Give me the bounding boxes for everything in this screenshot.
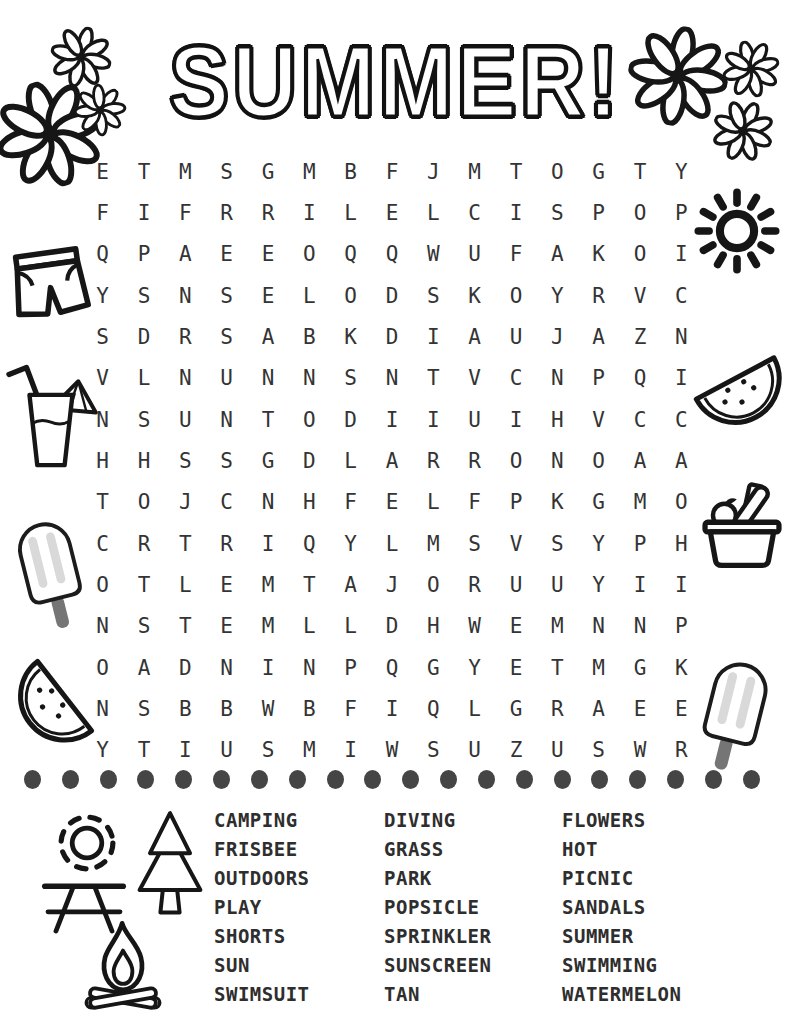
grid-cell-r4c5[interactable]: E (247, 275, 288, 316)
grid-cell-r7c9[interactable]: I (413, 399, 454, 440)
grid-cell-r9c8[interactable]: E (371, 482, 412, 523)
grid-cell-r13c3[interactable]: D (165, 647, 206, 688)
grid-cell-r5c9[interactable]: I (413, 316, 454, 357)
grid-cell-r15c12[interactable]: U (537, 730, 578, 771)
grid-cell-r8c12[interactable]: N (537, 440, 578, 481)
separator-dot (289, 770, 306, 789)
word-list-item: SHORTS (214, 926, 310, 946)
separator-dot (743, 770, 760, 789)
grid-cell-r10c6[interactable]: Q (289, 523, 330, 564)
grid-cell-r6c13[interactable]: P (578, 358, 619, 399)
grid-cell-r1c7[interactable]: B (330, 151, 371, 192)
grid-cell-r12c4[interactable]: E (206, 606, 247, 647)
grid-cell-r14c4[interactable]: B (206, 688, 247, 729)
word-list-item: SANDALS (562, 897, 681, 917)
word-list-item: POPSICLE (384, 897, 491, 917)
grid-cell-r2c14[interactable]: O (619, 192, 660, 233)
grid-cell-r2c11[interactable]: I (495, 192, 536, 233)
grid-cell-r15c15[interactable]: R (661, 730, 702, 771)
grid-cell-r4c15[interactable]: C (661, 275, 702, 316)
grid-cell-r9c15[interactable]: O (661, 482, 702, 523)
grid-cell-r14c6[interactable]: B (289, 688, 330, 729)
grid-cell-r3c6[interactable]: O (289, 234, 330, 275)
grid-cell-r15c10[interactable]: U (454, 730, 495, 771)
grid-cell-r15c9[interactable]: S (413, 730, 454, 771)
grid-cell-r1c3[interactable]: M (165, 151, 206, 192)
grid-cell-r11c12[interactable]: U (537, 564, 578, 605)
grid-cell-r8c9[interactable]: R (413, 440, 454, 481)
grid-cell-r2c2[interactable]: I (123, 192, 164, 233)
grid-cell-r11c13[interactable]: Y (578, 564, 619, 605)
grid-cell-r6c8[interactable]: N (371, 358, 412, 399)
grid-cell-r3c4[interactable]: E (206, 234, 247, 275)
grid-cell-r6c12[interactable]: N (537, 358, 578, 399)
grid-cell-r13c8[interactable]: Q (371, 647, 412, 688)
grid-cell-r4c8[interactable]: D (371, 275, 412, 316)
grid-cell-r1c6[interactable]: M (289, 151, 330, 192)
grid-cell-r13c9[interactable]: G (413, 647, 454, 688)
grid-cell-r8c15[interactable]: A (661, 440, 702, 481)
grid-cell-r9c9[interactable]: L (413, 482, 454, 523)
grid-cell-r7c14[interactable]: C (619, 399, 660, 440)
word-list-item: SWIMMING (562, 955, 681, 975)
grid-cell-r14c14[interactable]: E (619, 688, 660, 729)
grid-cell-r6c3[interactable]: N (165, 358, 206, 399)
grid-cell-r2c13[interactable]: P (578, 192, 619, 233)
grid-cell-r13c10[interactable]: Y (454, 647, 495, 688)
grid-cell-r2c1[interactable]: F (82, 192, 123, 233)
grid-cell-r12c9[interactable]: H (413, 606, 454, 647)
grid-cell-r3c8[interactable]: Q (371, 234, 412, 275)
grid-cell-r1c5[interactable]: G (247, 151, 288, 192)
grid-cell-r7c12[interactable]: H (537, 399, 578, 440)
grid-cell-r10c9[interactable]: M (413, 523, 454, 564)
grid-cell-r15c2[interactable]: T (123, 730, 164, 771)
grid-cell-r6c15[interactable]: I (661, 358, 702, 399)
grid-cell-r5c1[interactable]: S (82, 316, 123, 357)
separator-dot (629, 770, 646, 789)
grid-cell-r15c7[interactable]: I (330, 730, 371, 771)
grid-cell-r9c14[interactable]: M (619, 482, 660, 523)
word-list-item: TAN (384, 984, 491, 1004)
separator-dot (327, 770, 344, 789)
grid-cell-r5c12[interactable]: J (537, 316, 578, 357)
grid-cell-r9c7[interactable]: F (330, 482, 371, 523)
grid-cell-r9c12[interactable]: K (537, 482, 578, 523)
grid-cell-r13c2[interactable]: A (123, 647, 164, 688)
grid-cell-r12c13[interactable]: N (578, 606, 619, 647)
grid-cell-r11c1[interactable]: O (82, 564, 123, 605)
grid-cell-r8c10[interactable]: R (454, 440, 495, 481)
grid-cell-r11c8[interactable]: J (371, 564, 412, 605)
word-list-item: SUMMER (562, 926, 681, 946)
grid-cell-r13c15[interactable]: K (661, 647, 702, 688)
grid-cell-r13c5[interactable]: I (247, 647, 288, 688)
grid-cell-r10c10[interactable]: S (454, 523, 495, 564)
grid-cell-r5c14[interactable]: Z (619, 316, 660, 357)
grid-cell-r8c5[interactable]: G (247, 440, 288, 481)
separator-dot (175, 770, 192, 789)
grid-cell-r3c10[interactable]: U (454, 234, 495, 275)
grid-cell-r14c13[interactable]: A (578, 688, 619, 729)
grid-cell-r12c7[interactable]: L (330, 606, 371, 647)
grid-cell-r12c14[interactable]: N (619, 606, 660, 647)
grid-cell-r1c10[interactable]: M (454, 151, 495, 192)
grid-cell-r3c1[interactable]: Q (82, 234, 123, 275)
grid-cell-r2c3[interactable]: F (165, 192, 206, 233)
grid-cell-r11c6[interactable]: T (289, 564, 330, 605)
grid-cell-r7c4[interactable]: N (206, 399, 247, 440)
grid-cell-r2c4[interactable]: R (206, 192, 247, 233)
separator-dot (705, 770, 722, 789)
grid-cell-r12c1[interactable]: N (82, 606, 123, 647)
grid-cell-r8c2[interactable]: H (123, 440, 164, 481)
word-list-item: PICNIC (562, 868, 681, 888)
grid-cell-r5c11[interactable]: U (495, 316, 536, 357)
grid-cell-r8c7[interactable]: L (330, 440, 371, 481)
grid-cell-r4c7[interactable]: O (330, 275, 371, 316)
grid-cell-r4c1[interactable]: Y (82, 275, 123, 316)
grid-cell-r9c4[interactable]: C (206, 482, 247, 523)
separator-dot (251, 770, 268, 789)
grid-cell-r11c7[interactable]: A (330, 564, 371, 605)
grid-cell-r7c10[interactable]: U (454, 399, 495, 440)
picnic-basket-icon (698, 478, 786, 570)
grid-cell-r5c13[interactable]: A (578, 316, 619, 357)
grid-cell-r11c10[interactable]: R (454, 564, 495, 605)
word-list-item: SUN (214, 955, 310, 975)
separator-dot (440, 770, 457, 789)
grid-cell-r6c2[interactable]: L (123, 358, 164, 399)
campfire-icon (76, 918, 170, 1014)
watermelon-icon (687, 348, 791, 446)
word-list-item: SUNSCREEN (384, 955, 491, 975)
grid-cell-r2c7[interactable]: L (330, 192, 371, 233)
grid-cell-r5c2[interactable]: D (123, 316, 164, 357)
grid-cell-r12c2[interactable]: S (123, 606, 164, 647)
grid-cell-r8c1[interactable]: H (82, 440, 123, 481)
grid-cell-r4c12[interactable]: Y (537, 275, 578, 316)
grid-cell-r9c13[interactable]: G (578, 482, 619, 523)
grid-cell-r15c14[interactable]: W (619, 730, 660, 771)
grid-cell-r8c6[interactable]: D (289, 440, 330, 481)
grid-cell-r7c2[interactable]: S (123, 399, 164, 440)
word-list-item: GRASS (384, 839, 491, 859)
grid-cell-r6c6[interactable]: N (289, 358, 330, 399)
grid-cell-r6c7[interactable]: S (330, 358, 371, 399)
grid-cell-r14c1[interactable]: N (82, 688, 123, 729)
word-list-item: DIVING (384, 810, 491, 830)
grid-cell-r5c7[interactable]: K (330, 316, 371, 357)
grid-cell-r8c14[interactable]: A (619, 440, 660, 481)
grid-cell-r8c8[interactable]: A (371, 440, 412, 481)
grid-cell-r3c13[interactable]: K (578, 234, 619, 275)
word-list-item: SWIMSUIT (214, 984, 310, 1004)
grid-cell-r3c7[interactable]: Q (330, 234, 371, 275)
grid-cell-r4c13[interactable]: R (578, 275, 619, 316)
grid-cell-r4c10[interactable]: K (454, 275, 495, 316)
grid-cell-r5c4[interactable]: S (206, 316, 247, 357)
grid-cell-r10c11[interactable]: V (495, 523, 536, 564)
grid-cell-r12c3[interactable]: T (165, 606, 206, 647)
grid-cell-r10c4[interactable]: R (206, 523, 247, 564)
grid-cell-r15c13[interactable]: S (578, 730, 619, 771)
grid-cell-r10c7[interactable]: Y (330, 523, 371, 564)
grid-cell-r6c5[interactable]: N (247, 358, 288, 399)
grid-cell-r5c10[interactable]: A (454, 316, 495, 357)
separator-dot (402, 770, 419, 789)
grid-cell-r3c2[interactable]: P (123, 234, 164, 275)
grid-cell-r14c7[interactable]: F (330, 688, 371, 729)
grid-cell-r7c13[interactable]: V (578, 399, 619, 440)
grid-cell-r10c3[interactable]: T (165, 523, 206, 564)
grid-cell-r10c13[interactable]: Y (578, 523, 619, 564)
grid-cell-r4c6[interactable]: L (289, 275, 330, 316)
word-list-column-1: CAMPINGFRISBEEOUTDOORSPLAYSHORTSSUNSWIMS… (214, 810, 310, 1013)
grid-cell-r15c3[interactable]: I (165, 730, 206, 771)
grid-cell-r12c5[interactable]: M (247, 606, 288, 647)
separator-dot (100, 770, 117, 789)
grid-cell-r1c8[interactable]: F (371, 151, 412, 192)
grid-cell-r1c4[interactable]: S (206, 151, 247, 192)
grid-cell-r6c11[interactable]: C (495, 358, 536, 399)
grid-cell-r7c3[interactable]: U (165, 399, 206, 440)
grid-cell-r10c8[interactable]: L (371, 523, 412, 564)
grid-cell-r1c14[interactable]: T (619, 151, 660, 192)
grid-cell-r4c14[interactable]: V (619, 275, 660, 316)
grid-cell-r7c7[interactable]: D (330, 399, 371, 440)
grid-cell-r11c11[interactable]: U (495, 564, 536, 605)
grid-cell-r4c4[interactable]: S (206, 275, 247, 316)
grid-cell-r4c3[interactable]: N (165, 275, 206, 316)
grid-cell-r9c5[interactable]: N (247, 482, 288, 523)
separator-dot (667, 770, 684, 789)
grid-cell-r10c1[interactable]: C (82, 523, 123, 564)
grid-cell-r9c2[interactable]: O (123, 482, 164, 523)
separator-dot (554, 770, 571, 789)
word-list-item: PARK (384, 868, 491, 888)
word-list-item: OUTDOORS (214, 868, 310, 888)
grid-cell-r3c15[interactable]: I (661, 234, 702, 275)
grid-cell-r1c2[interactable]: T (123, 151, 164, 192)
grid-cell-r8c4[interactable]: S (206, 440, 247, 481)
grid-cell-r3c9[interactable]: W (413, 234, 454, 275)
grid-cell-r7c15[interactable]: C (661, 399, 702, 440)
word-list-item: FRISBEE (214, 839, 310, 859)
grid-cell-r2c9[interactable]: L (413, 192, 454, 233)
grid-cell-r5c3[interactable]: R (165, 316, 206, 357)
grid-cell-r14c15[interactable]: E (661, 688, 702, 729)
word-search-grid: ETMSGMBFJMTOGTYFIFRRILELCISPOPQPAEEOQQWU… (82, 151, 702, 771)
grid-cell-r2c15[interactable]: P (661, 192, 702, 233)
grid-cell-r4c9[interactable]: S (413, 275, 454, 316)
grid-cell-r2c12[interactable]: S (537, 192, 578, 233)
grid-cell-r1c11[interactable]: T (495, 151, 536, 192)
grid-cell-r11c9[interactable]: O (413, 564, 454, 605)
grid-cell-r3c11[interactable]: F (495, 234, 536, 275)
grid-cell-r3c14[interactable]: O (619, 234, 660, 275)
word-list-column-3: FLOWERSHOTPICNICSANDALSSUMMERSWIMMINGWAT… (562, 810, 681, 1013)
grid-cell-r13c11[interactable]: E (495, 647, 536, 688)
grid-cell-r11c2[interactable]: T (123, 564, 164, 605)
grid-cell-r9c3[interactable]: J (165, 482, 206, 523)
grid-cell-r1c13[interactable]: G (578, 151, 619, 192)
grid-cell-r13c13[interactable]: M (578, 647, 619, 688)
word-list-item: PLAY (214, 897, 310, 917)
grid-cell-r3c5[interactable]: E (247, 234, 288, 275)
grid-cell-r11c3[interactable]: L (165, 564, 206, 605)
grid-cell-r1c9[interactable]: J (413, 151, 454, 192)
grid-cell-r11c14[interactable]: I (619, 564, 660, 605)
pine-tree-icon (130, 810, 210, 922)
grid-cell-r10c14[interactable]: P (619, 523, 660, 564)
grid-cell-r14c8[interactable]: I (371, 688, 412, 729)
grid-cell-r9c11[interactable]: P (495, 482, 536, 523)
grid-cell-r4c2[interactable]: S (123, 275, 164, 316)
separator-dot (213, 770, 230, 789)
grid-cell-r14c9[interactable]: Q (413, 688, 454, 729)
grid-cell-r15c4[interactable]: U (206, 730, 247, 771)
grid-cell-r15c11[interactable]: Z (495, 730, 536, 771)
grid-cell-r12c15[interactable]: P (661, 606, 702, 647)
word-list-item: FLOWERS (562, 810, 681, 830)
grid-cell-r8c11[interactable]: O (495, 440, 536, 481)
grid-cell-r14c10[interactable]: L (454, 688, 495, 729)
grid-cell-r3c3[interactable]: A (165, 234, 206, 275)
word-list-item: HOT (562, 839, 681, 859)
grid-cell-r14c12[interactable]: R (537, 688, 578, 729)
grid-cell-r10c15[interactable]: H (661, 523, 702, 564)
grid-cell-r10c12[interactable]: S (537, 523, 578, 564)
grid-cell-r8c13[interactable]: O (578, 440, 619, 481)
grid-cell-r8c3[interactable]: S (165, 440, 206, 481)
separator-dot (591, 770, 608, 789)
separator-dot (516, 770, 533, 789)
grid-cell-r11c4[interactable]: E (206, 564, 247, 605)
grid-cell-r15c5[interactable]: S (247, 730, 288, 771)
grid-cell-r14c3[interactable]: B (165, 688, 206, 729)
grid-cell-r15c1[interactable]: Y (82, 730, 123, 771)
sun-icon (692, 186, 782, 276)
word-list-item: CAMPING (214, 810, 310, 830)
grid-cell-r12c6[interactable]: L (289, 606, 330, 647)
grid-cell-r12c11[interactable]: E (495, 606, 536, 647)
separator-dot (137, 770, 154, 789)
grid-cell-r6c10[interactable]: V (454, 358, 495, 399)
grid-cell-r6c4[interactable]: U (206, 358, 247, 399)
grid-cell-r1c1[interactable]: E (82, 151, 123, 192)
grid-cell-r5c15[interactable]: N (661, 316, 702, 357)
grid-cell-r14c11[interactable]: G (495, 688, 536, 729)
grid-cell-r5c6[interactable]: B (289, 316, 330, 357)
grid-cell-r1c12[interactable]: O (537, 151, 578, 192)
grid-cell-r4c11[interactable]: O (495, 275, 536, 316)
grid-cell-r3c12[interactable]: A (537, 234, 578, 275)
word-list-item: WATERMELON (562, 984, 681, 1004)
separator-dot (364, 770, 381, 789)
grid-cell-r7c1[interactable]: N (82, 399, 123, 440)
grid-cell-r13c14[interactable]: G (619, 647, 660, 688)
grid-cell-r13c12[interactable]: T (537, 647, 578, 688)
word-list-item: SPRINKLER (384, 926, 491, 946)
grid-cell-r1c15[interactable]: Y (661, 151, 702, 192)
grid-cell-r7c11[interactable]: I (495, 399, 536, 440)
grid-cell-r6c14[interactable]: Q (619, 358, 660, 399)
grid-cell-r2c8[interactable]: E (371, 192, 412, 233)
grid-cell-r13c6[interactable]: N (289, 647, 330, 688)
grid-cell-r12c12[interactable]: M (537, 606, 578, 647)
grid-cell-r12c8[interactable]: D (371, 606, 412, 647)
grid-cell-r2c6[interactable]: I (289, 192, 330, 233)
separator-dot (24, 770, 41, 789)
grid-cell-r2c5[interactable]: R (247, 192, 288, 233)
grid-cell-r5c8[interactable]: D (371, 316, 412, 357)
grid-cell-r7c8[interactable]: I (371, 399, 412, 440)
grid-cell-r5c5[interactable]: A (247, 316, 288, 357)
grid-cell-r10c2[interactable]: R (123, 523, 164, 564)
grid-cell-r14c2[interactable]: S (123, 688, 164, 729)
grid-cell-r9c10[interactable]: F (454, 482, 495, 523)
grid-cell-r14c5[interactable]: W (247, 688, 288, 729)
grid-cell-r13c1[interactable]: O (82, 647, 123, 688)
grid-cell-r9c1[interactable]: T (82, 482, 123, 523)
dotted-separator (24, 769, 760, 789)
separator-dot (478, 770, 495, 789)
grid-cell-r15c6[interactable]: M (289, 730, 330, 771)
grid-cell-r11c5[interactable]: M (247, 564, 288, 605)
grid-cell-r6c9[interactable]: T (413, 358, 454, 399)
grid-cell-r13c7[interactable]: P (330, 647, 371, 688)
grid-cell-r9c6[interactable]: H (289, 482, 330, 523)
grid-cell-r6c1[interactable]: V (82, 358, 123, 399)
grid-cell-r10c5[interactable]: I (247, 523, 288, 564)
grid-cell-r12c10[interactable]: W (454, 606, 495, 647)
separator-dot (62, 770, 79, 789)
grid-cell-r7c6[interactable]: O (289, 399, 330, 440)
sun-doodle-icon (50, 806, 124, 880)
grid-cell-r15c8[interactable]: W (371, 730, 412, 771)
grid-cell-r7c5[interactable]: T (247, 399, 288, 440)
grid-cell-r2c10[interactable]: C (454, 192, 495, 233)
grid-cell-r11c15[interactable]: I (661, 564, 702, 605)
word-list-column-2: DIVINGGRASSPARKPOPSICLESPRINKLERSUNSCREE… (384, 810, 491, 1013)
grid-cell-r13c4[interactable]: N (206, 647, 247, 688)
